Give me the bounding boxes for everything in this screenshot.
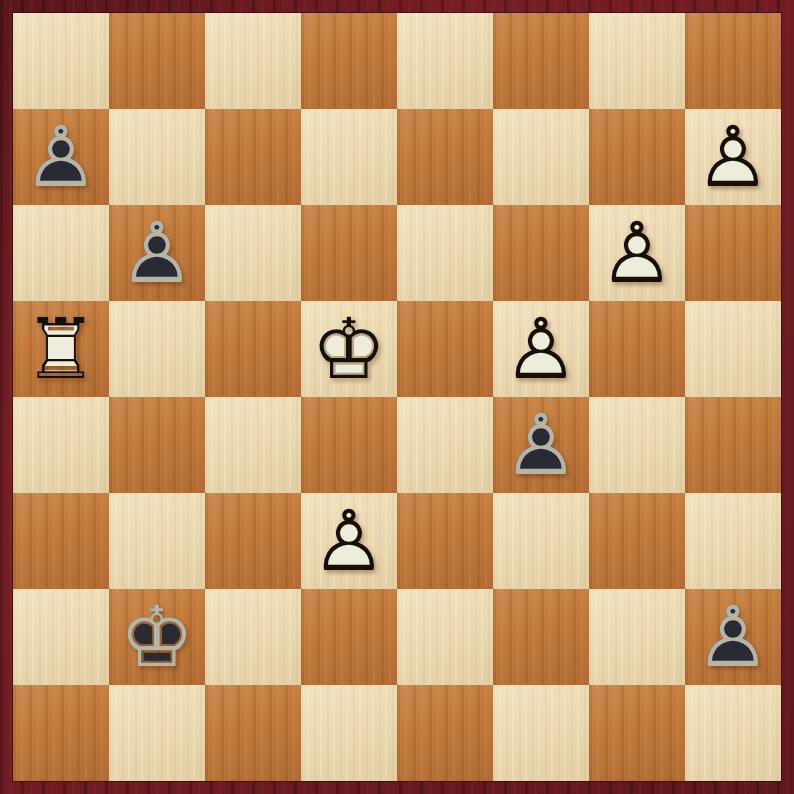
- piece-outline: ♙: [493, 301, 589, 397]
- square-c5[interactable]: [205, 301, 301, 397]
- square-e6[interactable]: [397, 205, 493, 301]
- square-d3[interactable]: ♟♙: [301, 493, 397, 589]
- square-e1[interactable]: [397, 685, 493, 781]
- piece-outline: ♙: [685, 109, 781, 205]
- square-e5[interactable]: [397, 301, 493, 397]
- white-king[interactable]: ♚♔: [301, 301, 397, 397]
- square-a8[interactable]: [13, 13, 109, 109]
- square-f7[interactable]: [493, 109, 589, 205]
- square-h3[interactable]: [685, 493, 781, 589]
- board-frame: ♟♙♟♙♟♙♟♙♜♖♚♔♟♙♟♙♟♙♚♔♟♙: [0, 0, 794, 794]
- square-g4[interactable]: [589, 397, 685, 493]
- piece-outline: ♙: [301, 493, 397, 589]
- square-e2[interactable]: [397, 589, 493, 685]
- square-b8[interactable]: [109, 13, 205, 109]
- black-pawn[interactable]: ♟♙: [13, 109, 109, 205]
- square-h6[interactable]: [685, 205, 781, 301]
- square-a2[interactable]: [13, 589, 109, 685]
- white-pawn[interactable]: ♟♙: [685, 109, 781, 205]
- piece-outline: ♙: [685, 589, 781, 685]
- square-d6[interactable]: [301, 205, 397, 301]
- square-b1[interactable]: [109, 685, 205, 781]
- square-f4[interactable]: ♟♙: [493, 397, 589, 493]
- piece-outline: ♙: [109, 205, 205, 301]
- square-e8[interactable]: [397, 13, 493, 109]
- square-h4[interactable]: [685, 397, 781, 493]
- square-h2[interactable]: ♟♙: [685, 589, 781, 685]
- square-g5[interactable]: [589, 301, 685, 397]
- square-e4[interactable]: [397, 397, 493, 493]
- square-f1[interactable]: [493, 685, 589, 781]
- square-f6[interactable]: [493, 205, 589, 301]
- piece-outline: ♔: [301, 301, 397, 397]
- square-f3[interactable]: [493, 493, 589, 589]
- chess-diagram: ♟♙♟♙♟♙♟♙♜♖♚♔♟♙♟♙♟♙♚♔♟♙: [0, 0, 794, 794]
- square-f8[interactable]: [493, 13, 589, 109]
- square-e7[interactable]: [397, 109, 493, 205]
- square-b6[interactable]: ♟♙: [109, 205, 205, 301]
- square-c8[interactable]: [205, 13, 301, 109]
- square-f2[interactable]: [493, 589, 589, 685]
- square-g8[interactable]: [589, 13, 685, 109]
- white-pawn[interactable]: ♟♙: [589, 205, 685, 301]
- square-g6[interactable]: ♟♙: [589, 205, 685, 301]
- white-pawn[interactable]: ♟♙: [493, 301, 589, 397]
- square-b3[interactable]: [109, 493, 205, 589]
- square-h1[interactable]: [685, 685, 781, 781]
- square-h7[interactable]: ♟♙: [685, 109, 781, 205]
- square-d7[interactable]: [301, 109, 397, 205]
- square-a7[interactable]: ♟♙: [13, 109, 109, 205]
- square-f5[interactable]: ♟♙: [493, 301, 589, 397]
- square-g3[interactable]: [589, 493, 685, 589]
- square-c4[interactable]: [205, 397, 301, 493]
- black-king[interactable]: ♚♔: [109, 589, 205, 685]
- square-c1[interactable]: [205, 685, 301, 781]
- square-d4[interactable]: [301, 397, 397, 493]
- piece-outline: ♖: [13, 301, 109, 397]
- black-pawn[interactable]: ♟♙: [685, 589, 781, 685]
- square-g7[interactable]: [589, 109, 685, 205]
- piece-outline: ♙: [493, 397, 589, 493]
- square-e3[interactable]: [397, 493, 493, 589]
- square-a1[interactable]: [13, 685, 109, 781]
- black-pawn[interactable]: ♟♙: [109, 205, 205, 301]
- square-c3[interactable]: [205, 493, 301, 589]
- square-d5[interactable]: ♚♔: [301, 301, 397, 397]
- square-b4[interactable]: [109, 397, 205, 493]
- white-rook[interactable]: ♜♖: [13, 301, 109, 397]
- square-g2[interactable]: [589, 589, 685, 685]
- piece-outline: ♙: [589, 205, 685, 301]
- square-a3[interactable]: [13, 493, 109, 589]
- square-d8[interactable]: [301, 13, 397, 109]
- square-a6[interactable]: [13, 205, 109, 301]
- square-a5[interactable]: ♜♖: [13, 301, 109, 397]
- piece-outline: ♙: [13, 109, 109, 205]
- square-c7[interactable]: [205, 109, 301, 205]
- piece-outline: ♔: [109, 589, 205, 685]
- square-d2[interactable]: [301, 589, 397, 685]
- square-g1[interactable]: [589, 685, 685, 781]
- square-b7[interactable]: [109, 109, 205, 205]
- square-b2[interactable]: ♚♔: [109, 589, 205, 685]
- chess-board: ♟♙♟♙♟♙♟♙♜♖♚♔♟♙♟♙♟♙♚♔♟♙: [13, 13, 781, 781]
- square-a4[interactable]: [13, 397, 109, 493]
- white-pawn[interactable]: ♟♙: [301, 493, 397, 589]
- square-h5[interactable]: [685, 301, 781, 397]
- square-h8[interactable]: [685, 13, 781, 109]
- square-c6[interactable]: [205, 205, 301, 301]
- square-d1[interactable]: [301, 685, 397, 781]
- square-b5[interactable]: [109, 301, 205, 397]
- black-pawn[interactable]: ♟♙: [493, 397, 589, 493]
- square-c2[interactable]: [205, 589, 301, 685]
